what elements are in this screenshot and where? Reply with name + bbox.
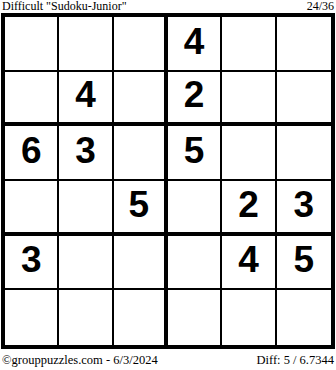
cell-r2c5[interactable]	[222, 72, 276, 127]
cell-r4c2[interactable]	[59, 181, 113, 236]
difficulty-text: Diff: 5 / 6.7344	[256, 353, 334, 367]
header: Difficult "Sudoku-Junior" 24/36	[0, 0, 336, 13]
cell-r6c4[interactable]	[168, 290, 222, 345]
given-digit: 5	[294, 241, 315, 278]
cell-r4c6[interactable]: 3	[277, 181, 331, 236]
cell-r3c6[interactable]	[277, 126, 331, 181]
cell-r2c2[interactable]: 4	[59, 72, 113, 127]
cell-r3c5[interactable]	[222, 126, 276, 181]
cell-r2c4[interactable]: 2	[168, 72, 222, 127]
given-digit: 4	[75, 76, 96, 113]
credit-text: ©grouppuzzles.com - 6/3/2024	[2, 353, 158, 367]
cell-r3c1[interactable]: 6	[5, 126, 59, 181]
footer: ©grouppuzzles.com - 6/3/2024 Diff: 5 / 6…	[0, 353, 336, 367]
cell-r3c4[interactable]: 5	[168, 126, 222, 181]
given-digit: 5	[129, 186, 150, 223]
cell-r6c2[interactable]	[59, 290, 113, 345]
cell-r4c4[interactable]	[168, 181, 222, 236]
cell-r4c5[interactable]: 2	[222, 181, 276, 236]
sudoku-grid: 442635523345	[1, 13, 335, 349]
given-digit: 4	[238, 241, 259, 278]
given-digit: 2	[184, 76, 205, 113]
cell-r3c3[interactable]	[114, 126, 168, 181]
cell-r1c6[interactable]	[277, 17, 331, 72]
cell-r1c5[interactable]	[222, 17, 276, 72]
cell-r1c4[interactable]: 4	[168, 17, 222, 72]
given-digit: 5	[184, 132, 205, 169]
cell-r5c2[interactable]	[59, 236, 113, 291]
cell-r1c1[interactable]	[5, 17, 59, 72]
cell-r4c3[interactable]: 5	[114, 181, 168, 236]
cell-r5c4[interactable]	[168, 236, 222, 291]
given-digit: 3	[294, 186, 315, 223]
given-digit: 3	[75, 132, 96, 169]
cell-r5c6[interactable]: 5	[277, 236, 331, 291]
cell-r1c2[interactable]	[59, 17, 113, 72]
cell-r6c1[interactable]	[5, 290, 59, 345]
given-digit: 6	[21, 132, 42, 169]
cell-r1c3[interactable]	[114, 17, 168, 72]
given-digit: 4	[184, 23, 205, 60]
cell-r3c2[interactable]: 3	[59, 126, 113, 181]
cell-r6c3[interactable]	[114, 290, 168, 345]
given-digit: 2	[238, 186, 259, 223]
cell-r2c1[interactable]	[5, 72, 59, 127]
cell-r6c5[interactable]	[222, 290, 276, 345]
cell-r6c6[interactable]	[277, 290, 331, 345]
cell-r5c1[interactable]: 3	[5, 236, 59, 291]
puzzle-title: Difficult "Sudoku-Junior"	[2, 0, 127, 13]
cell-r5c3[interactable]	[114, 236, 168, 291]
cell-r5c5[interactable]: 4	[222, 236, 276, 291]
cell-r2c6[interactable]	[277, 72, 331, 127]
cell-r2c3[interactable]	[114, 72, 168, 127]
cell-r4c1[interactable]	[5, 181, 59, 236]
given-digit: 3	[21, 241, 42, 278]
puzzle-counter: 24/36	[307, 0, 334, 13]
